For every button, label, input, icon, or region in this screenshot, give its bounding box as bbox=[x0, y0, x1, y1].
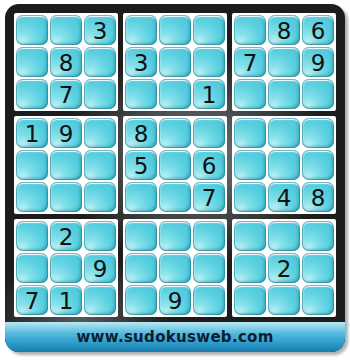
cell-r8c3[interactable]: 9 bbox=[84, 253, 116, 283]
given-digit: 8 bbox=[134, 123, 149, 146]
sudoku-board-frame: 38731867919856748297192 www.sudokusweb.c… bbox=[5, 4, 345, 352]
cell-r5c4[interactable]: 5 bbox=[125, 150, 157, 180]
cell-r7c9[interactable] bbox=[302, 221, 334, 251]
cell-r7c7[interactable] bbox=[234, 221, 266, 251]
cell-r9c2[interactable]: 1 bbox=[50, 285, 82, 315]
cell-r6c9[interactable]: 8 bbox=[302, 182, 334, 212]
cell-r1c6[interactable] bbox=[193, 15, 225, 45]
cell-r3c5[interactable] bbox=[159, 79, 191, 109]
cell-r1c2[interactable] bbox=[50, 15, 82, 45]
given-digit: 3 bbox=[93, 20, 108, 43]
given-digit: 1 bbox=[25, 123, 40, 146]
cell-r4c6[interactable] bbox=[193, 118, 225, 148]
box-2-1: 19 bbox=[14, 116, 118, 214]
box-3-2: 9 bbox=[123, 219, 227, 317]
footer-bar: www.sudokusweb.com bbox=[5, 322, 345, 352]
cell-r3c8[interactable] bbox=[268, 79, 300, 109]
cell-r6c8[interactable]: 4 bbox=[268, 182, 300, 212]
given-digit: 6 bbox=[202, 155, 217, 178]
cell-r4c8[interactable] bbox=[268, 118, 300, 148]
given-digit: 7 bbox=[243, 52, 258, 75]
cell-r3c6[interactable]: 1 bbox=[193, 79, 225, 109]
cell-r6c3[interactable] bbox=[84, 182, 116, 212]
cell-r6c6[interactable]: 7 bbox=[193, 182, 225, 212]
site-url-label: www.sudokusweb.com bbox=[76, 328, 273, 346]
cell-r3c7[interactable] bbox=[234, 79, 266, 109]
cell-r1c9[interactable]: 6 bbox=[302, 15, 334, 45]
given-digit: 7 bbox=[202, 187, 217, 210]
given-digit: 9 bbox=[168, 290, 183, 313]
cell-r5c9[interactable] bbox=[302, 150, 334, 180]
cell-r2c5[interactable] bbox=[159, 47, 191, 77]
cell-r4c3[interactable] bbox=[84, 118, 116, 148]
cell-r9c3[interactable] bbox=[84, 285, 116, 315]
cell-r8c9[interactable] bbox=[302, 253, 334, 283]
cell-r7c6[interactable] bbox=[193, 221, 225, 251]
cell-r9c4[interactable] bbox=[125, 285, 157, 315]
cell-r9c7[interactable] bbox=[234, 285, 266, 315]
given-digit: 8 bbox=[311, 187, 326, 210]
cell-r2c6[interactable] bbox=[193, 47, 225, 77]
cell-r3c4[interactable] bbox=[125, 79, 157, 109]
cell-r8c5[interactable] bbox=[159, 253, 191, 283]
given-digit: 3 bbox=[134, 52, 149, 75]
cell-r4c9[interactable] bbox=[302, 118, 334, 148]
cell-r9c6[interactable] bbox=[193, 285, 225, 315]
given-digit: 6 bbox=[311, 20, 326, 43]
cell-r5c8[interactable] bbox=[268, 150, 300, 180]
cell-r5c6[interactable]: 6 bbox=[193, 150, 225, 180]
cell-r3c1[interactable] bbox=[16, 79, 48, 109]
cell-r8c7[interactable] bbox=[234, 253, 266, 283]
cell-r2c3[interactable] bbox=[84, 47, 116, 77]
given-digit: 7 bbox=[59, 84, 74, 107]
cell-r4c4[interactable]: 8 bbox=[125, 118, 157, 148]
given-digit: 8 bbox=[277, 20, 292, 43]
cell-r9c8[interactable] bbox=[268, 285, 300, 315]
box-3-3: 2 bbox=[232, 219, 336, 317]
cell-r2c4[interactable]: 3 bbox=[125, 47, 157, 77]
cell-r6c2[interactable] bbox=[50, 182, 82, 212]
cell-r7c1[interactable] bbox=[16, 221, 48, 251]
cell-r1c3[interactable]: 3 bbox=[84, 15, 116, 45]
cell-r1c5[interactable] bbox=[159, 15, 191, 45]
cell-r5c1[interactable] bbox=[16, 150, 48, 180]
cell-r2c1[interactable] bbox=[16, 47, 48, 77]
cell-r7c4[interactable] bbox=[125, 221, 157, 251]
cell-r3c3[interactable] bbox=[84, 79, 116, 109]
given-digit: 2 bbox=[277, 258, 292, 281]
given-digit: 7 bbox=[25, 290, 40, 313]
cell-r8c4[interactable] bbox=[125, 253, 157, 283]
cell-r5c3[interactable] bbox=[84, 150, 116, 180]
box-3-1: 2971 bbox=[14, 219, 118, 317]
cell-r4c7[interactable] bbox=[234, 118, 266, 148]
cell-r2c2[interactable]: 8 bbox=[50, 47, 82, 77]
given-digit: 1 bbox=[202, 84, 217, 107]
box-2-2: 8567 bbox=[123, 116, 227, 214]
given-digit: 9 bbox=[59, 123, 74, 146]
cell-r3c9[interactable] bbox=[302, 79, 334, 109]
given-digit: 1 bbox=[59, 290, 74, 313]
cell-r6c1[interactable] bbox=[16, 182, 48, 212]
cell-r8c2[interactable] bbox=[50, 253, 82, 283]
cell-r9c1[interactable]: 7 bbox=[16, 285, 48, 315]
cell-r2c9[interactable]: 9 bbox=[302, 47, 334, 77]
cell-r6c4[interactable] bbox=[125, 182, 157, 212]
cell-r2c8[interactable] bbox=[268, 47, 300, 77]
cell-r4c1[interactable]: 1 bbox=[16, 118, 48, 148]
cell-r5c2[interactable] bbox=[50, 150, 82, 180]
given-digit: 2 bbox=[59, 226, 74, 249]
cell-r7c3[interactable] bbox=[84, 221, 116, 251]
box-2-3: 48 bbox=[232, 116, 336, 214]
cell-r5c7[interactable] bbox=[234, 150, 266, 180]
given-digit: 8 bbox=[59, 52, 74, 75]
sudoku-board: 38731867919856748297192 bbox=[14, 13, 336, 317]
cell-r1c8[interactable]: 8 bbox=[268, 15, 300, 45]
given-digit: 4 bbox=[277, 187, 292, 210]
given-digit: 9 bbox=[311, 52, 326, 75]
cell-r6c7[interactable] bbox=[234, 182, 266, 212]
cell-r4c5[interactable] bbox=[159, 118, 191, 148]
box-1-2: 31 bbox=[123, 13, 227, 111]
cell-r9c5[interactable]: 9 bbox=[159, 285, 191, 315]
cell-r1c4[interactable] bbox=[125, 15, 157, 45]
box-1-3: 8679 bbox=[232, 13, 336, 111]
cell-r1c7[interactable] bbox=[234, 15, 266, 45]
box-1-1: 387 bbox=[14, 13, 118, 111]
cell-r8c6[interactable] bbox=[193, 253, 225, 283]
cell-r9c9[interactable] bbox=[302, 285, 334, 315]
cell-r7c8[interactable] bbox=[268, 221, 300, 251]
cell-r3c2[interactable]: 7 bbox=[50, 79, 82, 109]
cell-r4c2[interactable]: 9 bbox=[50, 118, 82, 148]
cell-r1c1[interactable] bbox=[16, 15, 48, 45]
given-digit: 9 bbox=[93, 258, 108, 281]
cell-r2c7[interactable]: 7 bbox=[234, 47, 266, 77]
cell-r5c5[interactable] bbox=[159, 150, 191, 180]
cell-r8c1[interactable] bbox=[16, 253, 48, 283]
given-digit: 5 bbox=[134, 155, 149, 178]
cell-r7c5[interactable] bbox=[159, 221, 191, 251]
cell-r8c8[interactable]: 2 bbox=[268, 253, 300, 283]
cell-r7c2[interactable]: 2 bbox=[50, 221, 82, 251]
cell-r6c5[interactable] bbox=[159, 182, 191, 212]
